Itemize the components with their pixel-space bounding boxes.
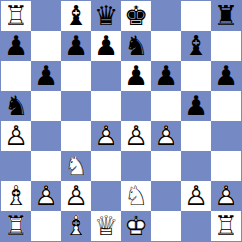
- piece-white-pawn: ♟♙: [91, 121, 121, 151]
- square-h5[interactable]: [211, 91, 241, 121]
- square-c8[interactable]: ♝: [61, 1, 91, 31]
- square-b6[interactable]: ♟: [31, 61, 61, 91]
- square-a6[interactable]: [1, 61, 31, 91]
- piece-white-rook: ♜♖: [1, 1, 31, 31]
- square-b4[interactable]: [31, 121, 61, 151]
- square-a4[interactable]: ♟♙: [1, 121, 31, 151]
- piece-black-pawn: ♟: [1, 31, 31, 61]
- piece-black-queen: ♛: [91, 1, 121, 31]
- square-d3[interactable]: [91, 151, 121, 181]
- piece-white-rook: ♜♖: [211, 211, 241, 241]
- square-e8[interactable]: ♚: [121, 1, 151, 31]
- piece-white-rook: ♜♖: [1, 211, 31, 241]
- piece-black-knight: ♞: [121, 31, 151, 61]
- piece-black-bishop: ♝: [61, 1, 91, 31]
- piece-black-pawn: ♟: [31, 61, 61, 91]
- square-f5[interactable]: [151, 91, 181, 121]
- piece-white-pawn: ♟♙: [121, 121, 151, 151]
- square-e3[interactable]: [121, 151, 151, 181]
- piece-black-pawn: ♟: [181, 91, 211, 121]
- square-d7[interactable]: ♟: [91, 31, 121, 61]
- piece-white-bishop: ♝♗: [61, 211, 91, 241]
- square-d6[interactable]: [91, 61, 121, 91]
- square-g2[interactable]: ♟♙: [181, 181, 211, 211]
- square-d8[interactable]: ♛: [91, 1, 121, 31]
- square-c7[interactable]: ♟: [61, 31, 91, 61]
- square-e5[interactable]: [121, 91, 151, 121]
- square-a3[interactable]: [1, 151, 31, 181]
- square-h4[interactable]: [211, 121, 241, 151]
- square-d2[interactable]: [91, 181, 121, 211]
- piece-black-pawn: ♟: [211, 61, 241, 91]
- square-d1[interactable]: ♛♕: [91, 211, 121, 241]
- piece-black-bishop: ♝: [181, 31, 211, 61]
- square-f3[interactable]: [151, 151, 181, 181]
- square-b5[interactable]: [31, 91, 61, 121]
- square-b2[interactable]: ♟♙: [31, 181, 61, 211]
- square-h3[interactable]: [211, 151, 241, 181]
- piece-white-pawn: ♟♙: [1, 121, 31, 151]
- chess-board: ♜♖♝♛♚♜♟♟♟♞♝♟♟♟♟♞♟♟♙♟♙♟♙♟♙♞♘♝♗♟♙♟♙♞♘♟♙♟♙♜…: [0, 0, 242, 242]
- square-e1[interactable]: ♚♔: [121, 211, 151, 241]
- square-h2[interactable]: ♟♙: [211, 181, 241, 211]
- square-a5[interactable]: ♞: [1, 91, 31, 121]
- square-h8[interactable]: ♜: [211, 1, 241, 31]
- square-b8[interactable]: [31, 1, 61, 31]
- square-g6[interactable]: [181, 61, 211, 91]
- piece-black-pawn: ♟: [61, 31, 91, 61]
- square-h6[interactable]: ♟: [211, 61, 241, 91]
- piece-white-knight: ♞♘: [61, 151, 91, 181]
- square-d4[interactable]: ♟♙: [91, 121, 121, 151]
- piece-white-queen: ♛♕: [91, 211, 121, 241]
- square-b3[interactable]: [31, 151, 61, 181]
- square-e2[interactable]: ♞♘: [121, 181, 151, 211]
- square-a7[interactable]: ♟: [1, 31, 31, 61]
- square-a2[interactable]: ♝♗: [1, 181, 31, 211]
- square-f8[interactable]: [151, 1, 181, 31]
- square-f1[interactable]: [151, 211, 181, 241]
- piece-black-pawn: ♟: [151, 61, 181, 91]
- square-a1[interactable]: ♜♖: [1, 211, 31, 241]
- square-d5[interactable]: [91, 91, 121, 121]
- square-g5[interactable]: ♟: [181, 91, 211, 121]
- square-e4[interactable]: ♟♙: [121, 121, 151, 151]
- piece-white-pawn: ♟♙: [211, 181, 241, 211]
- piece-white-bishop: ♝♗: [1, 181, 31, 211]
- square-e6[interactable]: ♟: [121, 61, 151, 91]
- piece-black-knight: ♞: [1, 91, 31, 121]
- piece-white-pawn: ♟♙: [181, 181, 211, 211]
- square-c3[interactable]: ♞♘: [61, 151, 91, 181]
- square-c5[interactable]: [61, 91, 91, 121]
- piece-black-pawn: ♟: [121, 61, 151, 91]
- square-b1[interactable]: [31, 211, 61, 241]
- piece-white-pawn: ♟♙: [31, 181, 61, 211]
- piece-black-pawn: ♟: [91, 31, 121, 61]
- piece-white-pawn: ♟♙: [151, 121, 181, 151]
- square-b7[interactable]: [31, 31, 61, 61]
- square-g4[interactable]: [181, 121, 211, 151]
- square-g7[interactable]: ♝: [181, 31, 211, 61]
- square-f6[interactable]: ♟: [151, 61, 181, 91]
- square-a8[interactable]: ♜♖: [1, 1, 31, 31]
- square-e7[interactable]: ♞: [121, 31, 151, 61]
- square-c6[interactable]: [61, 61, 91, 91]
- square-h1[interactable]: ♜♖: [211, 211, 241, 241]
- square-g8[interactable]: [181, 1, 211, 31]
- square-h7[interactable]: [211, 31, 241, 61]
- square-g1[interactable]: [181, 211, 211, 241]
- square-f2[interactable]: [151, 181, 181, 211]
- piece-black-king: ♚: [121, 1, 151, 31]
- square-c2[interactable]: ♟♙: [61, 181, 91, 211]
- piece-white-knight: ♞♘: [121, 181, 151, 211]
- piece-black-rook: ♜: [211, 1, 241, 31]
- piece-white-king: ♚♔: [121, 211, 151, 241]
- square-f4[interactable]: ♟♙: [151, 121, 181, 151]
- square-c4[interactable]: [61, 121, 91, 151]
- square-f7[interactable]: [151, 31, 181, 61]
- square-c1[interactable]: ♝♗: [61, 211, 91, 241]
- piece-white-pawn: ♟♙: [61, 181, 91, 211]
- square-g3[interactable]: [181, 151, 211, 181]
